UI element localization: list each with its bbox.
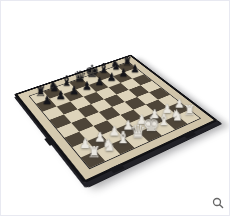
chess-board: ♜♞♝♛♚♝♞♜♟♟♟♟♟♟♟♟♟♟♟♟♟♟♟♟♜♞♝♛♚♝♞♜	[30, 62, 200, 168]
chess-set-photo: ♜♞♝♛♚♝♞♜♟♟♟♟♟♟♟♟♟♟♟♟♟♟♟♟♜♞♝♛♚♝♞♜	[14, 55, 218, 184]
square-c1: ♝	[111, 138, 135, 154]
piece-black-rook: ♜	[120, 56, 135, 68]
product-card[interactable]: ♜♞♝♛♚♝♞♜♟♟♟♟♟♟♟♟♟♟♟♟♟♟♟♟♜♞♝♛♚♝♞♜	[0, 0, 230, 216]
board-inner-frame: ♜♞♝♛♚♝♞♜♟♟♟♟♟♟♟♟♟♟♟♟♟♟♟♟♜♞♝♛♚♝♞♜	[29, 62, 201, 170]
board-latch	[182, 131, 196, 140]
chess-board-case: ♜♞♝♛♚♝♞♜♟♟♟♟♟♟♟♟♟♟♟♟♟♟♟♟♜♞♝♛♚♝♞♜	[14, 55, 218, 184]
board-latch	[109, 164, 125, 174]
board-hinge	[44, 136, 56, 146]
zoom-icon[interactable]	[212, 197, 224, 209]
piece-white-pawn: ♟	[171, 98, 188, 110]
